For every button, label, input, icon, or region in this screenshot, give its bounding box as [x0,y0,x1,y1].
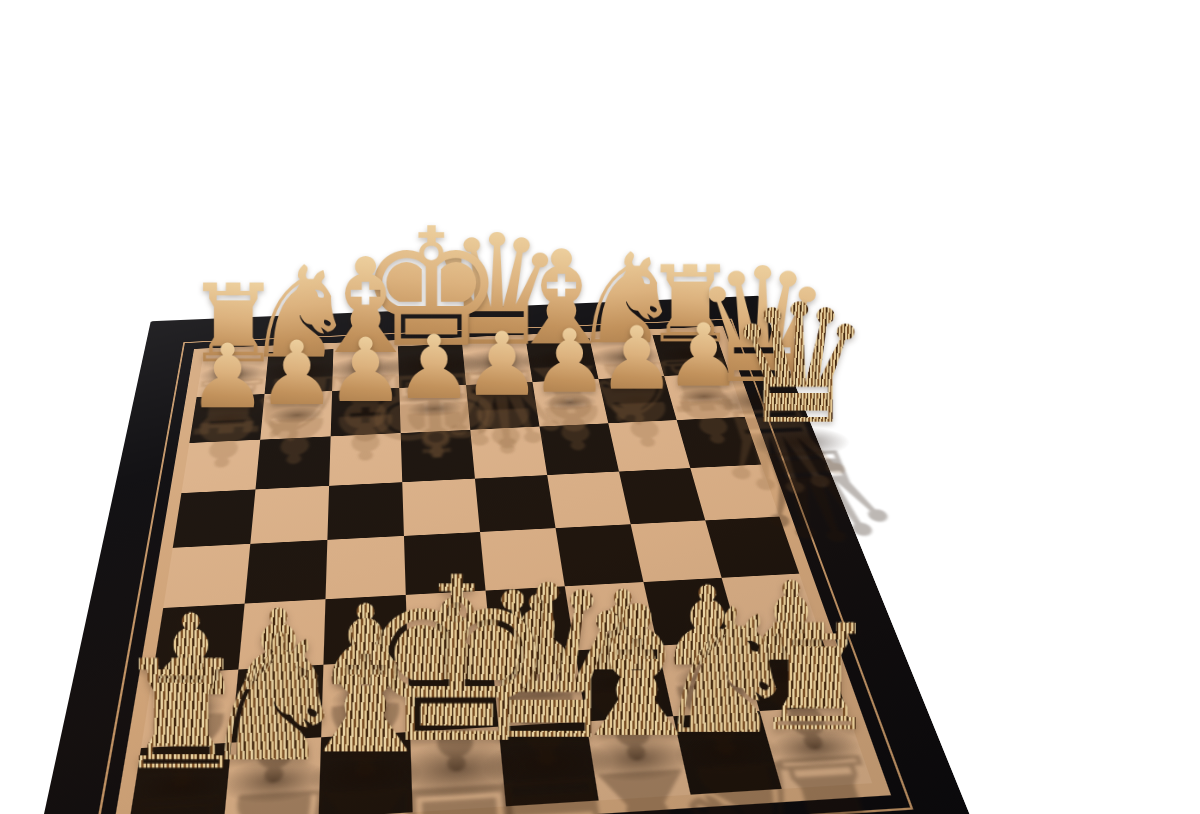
piece-shadow [216,756,329,807]
piece-shadow [502,674,574,704]
square-c4[interactable] [547,472,630,529]
piece-shadow [331,684,401,714]
piece-shadow [671,664,745,693]
square-d4[interactable] [475,475,556,532]
piece-shadow [242,689,314,719]
piece-shadow [153,694,227,725]
piece-shadow [755,659,830,688]
piece-shadow [131,765,230,808]
piece-shadow [766,727,866,768]
piece-shadow [417,679,488,709]
piece-shadow [587,669,660,699]
square-e4[interactable] [402,479,480,536]
pieces-layer: ♜♜♞♞♝♝♛♛♚♚♝♝♞♞♜♜♟♟♟♟♟♟♟♟♟♟♟♟♟♟♟♟♟♟♟♟♟♟♟♟… [21,295,988,814]
photo-scene: ♜♜♞♞♝♝♛♛♚♚♝♝♞♞♜♜♟♟♟♟♟♟♟♟♟♟♟♟♟♟♟♟♟♟♟♟♟♟♟♟… [0,0,1200,814]
